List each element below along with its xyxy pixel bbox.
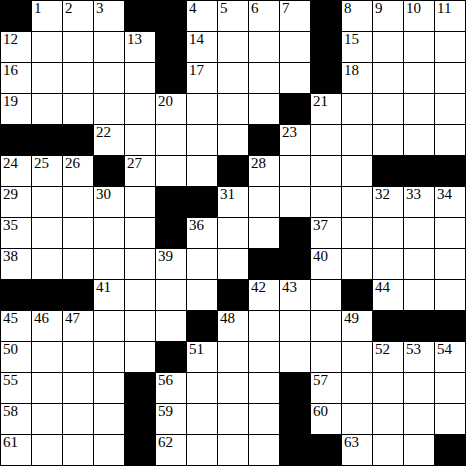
white-cell-r4c9[interactable]: 23 [280,125,310,155]
white-cell-r5c2[interactable]: 26 [63,156,93,186]
clue-number-59: 59 [158,404,173,419]
clue-number-4: 4 [189,1,197,16]
black-cell-r14c4 [125,435,155,465]
white-cell-r14c11[interactable]: 63 [342,435,372,465]
white-cell-r13c7[interactable] [218,404,248,434]
white-cell-r1c14[interactable] [435,32,465,62]
white-cell-r13c1[interactable] [32,404,62,434]
white-cell-r4c13[interactable] [404,125,434,155]
white-cell-r0c11[interactable]: 8 [342,1,372,31]
white-cell-r3c12[interactable] [373,94,403,124]
white-cell-r0c12[interactable]: 9 [373,1,403,31]
white-cell-r1c12[interactable] [373,32,403,62]
white-cell-r5c4[interactable]: 27 [125,156,155,186]
white-cell-r12c3[interactable] [94,373,124,403]
white-cell-r4c5[interactable] [156,125,186,155]
clue-number-30: 30 [96,187,111,202]
clue-number-10: 10 [406,1,421,16]
white-cell-r5c1[interactable]: 25 [32,156,62,186]
white-cell-r1c8[interactable] [249,32,279,62]
clue-number-39: 39 [158,249,173,264]
white-cell-r9c4[interactable] [125,280,155,310]
clue-number-56: 56 [158,373,173,388]
white-cell-r6c3[interactable]: 30 [94,187,124,217]
black-cell-r2c10 [311,63,341,93]
black-cell-r10c13 [404,311,434,341]
black-cell-r8c9 [280,249,310,279]
white-cell-r7c13[interactable] [404,218,434,248]
black-cell-r7c5 [156,218,186,248]
white-cell-r3c10[interactable]: 21 [311,94,341,124]
black-cell-r8c8 [249,249,279,279]
white-cell-r8c2[interactable] [63,249,93,279]
clue-number-55: 55 [3,373,18,388]
white-cell-r1c4[interactable]: 13 [125,32,155,62]
white-cell-r1c1[interactable] [32,32,62,62]
white-cell-r14c2[interactable] [63,435,93,465]
black-cell-r0c10 [311,1,341,31]
white-cell-r14c1[interactable] [32,435,62,465]
white-cell-r10c8[interactable] [249,311,279,341]
white-cell-r12c6[interactable] [187,373,217,403]
white-cell-r1c0[interactable]: 12 [1,32,31,62]
clue-number-49: 49 [344,311,359,326]
white-cell-r0c6[interactable]: 4 [187,1,217,31]
black-cell-r0c0 [1,1,31,31]
white-cell-r12c12[interactable] [373,373,403,403]
black-cell-r6c5 [156,187,186,217]
white-cell-r2c6[interactable]: 17 [187,63,217,93]
white-cell-r4c12[interactable] [373,125,403,155]
white-cell-r10c2[interactable]: 47 [63,311,93,341]
white-cell-r6c14[interactable]: 34 [435,187,465,217]
white-cell-r11c13[interactable]: 53 [404,342,434,372]
black-cell-r5c7 [218,156,248,186]
white-cell-r3c14[interactable] [435,94,465,124]
white-cell-r12c1[interactable] [32,373,62,403]
white-cell-r8c12[interactable] [373,249,403,279]
black-cell-r5c14 [435,156,465,186]
white-cell-r3c2[interactable] [63,94,93,124]
white-cell-r0c1[interactable]: 1 [32,1,62,31]
clue-number-44: 44 [375,280,390,295]
clue-number-42: 42 [251,280,266,295]
white-cell-r8c14[interactable] [435,249,465,279]
white-cell-r11c4[interactable] [125,342,155,372]
white-cell-r3c6[interactable] [187,94,217,124]
white-cell-r8c1[interactable] [32,249,62,279]
black-cell-r1c5 [156,32,186,62]
clue-number-35: 35 [3,218,18,233]
white-cell-r7c3[interactable] [94,218,124,248]
white-cell-r13c10[interactable]: 60 [311,404,341,434]
white-cell-r2c7[interactable] [218,63,248,93]
white-cell-r2c11[interactable]: 18 [342,63,372,93]
clue-number-36: 36 [189,218,204,233]
white-cell-r14c12[interactable] [373,435,403,465]
clue-number-20: 20 [158,94,173,109]
white-cell-r9c10[interactable] [311,280,341,310]
black-cell-r0c5 [156,1,186,31]
white-cell-r5c9[interactable] [280,156,310,186]
white-cell-r8c4[interactable] [125,249,155,279]
white-cell-r11c14[interactable]: 54 [435,342,465,372]
clue-number-46: 46 [34,311,49,326]
black-cell-r5c3 [94,156,124,186]
clue-number-57: 57 [313,373,328,388]
clue-number-27: 27 [127,156,142,171]
clue-number-37: 37 [313,218,328,233]
white-cell-r8c5[interactable]: 39 [156,249,186,279]
black-cell-r9c2 [63,280,93,310]
white-cell-r5c11[interactable] [342,156,372,186]
white-cell-r8c3[interactable] [94,249,124,279]
white-cell-r2c8[interactable] [249,63,279,93]
clue-number-61: 61 [3,435,18,450]
white-cell-r2c2[interactable] [63,63,93,93]
white-cell-r7c14[interactable] [435,218,465,248]
white-cell-r11c7[interactable] [218,342,248,372]
black-cell-r3c9 [280,94,310,124]
white-cell-r2c12[interactable] [373,63,403,93]
white-cell-r7c8[interactable] [249,218,279,248]
white-cell-r6c1[interactable] [32,187,62,217]
clue-number-14: 14 [189,32,204,47]
white-cell-r8c0[interactable]: 38 [1,249,31,279]
white-cell-r3c8[interactable] [249,94,279,124]
clue-number-40: 40 [313,249,328,264]
white-cell-r1c2[interactable] [63,32,93,62]
white-cell-r11c0[interactable]: 50 [1,342,31,372]
white-cell-r2c0[interactable]: 16 [1,63,31,93]
black-cell-r13c4 [125,404,155,434]
black-cell-r14c9 [280,435,310,465]
clue-number-25: 25 [34,156,49,171]
white-cell-r11c1[interactable] [32,342,62,372]
white-cell-r9c12[interactable]: 44 [373,280,403,310]
white-cell-r10c10[interactable] [311,311,341,341]
clue-number-19: 19 [3,94,18,109]
clue-number-62: 62 [158,435,173,450]
white-cell-r12c2[interactable] [63,373,93,403]
clue-number-32: 32 [375,187,390,202]
white-cell-r4c6[interactable] [187,125,217,155]
white-cell-r7c1[interactable] [32,218,62,248]
white-cell-r14c0[interactable]: 61 [1,435,31,465]
clue-number-9: 9 [375,1,383,16]
white-cell-r0c14[interactable]: 11 [435,1,465,31]
white-cell-r11c2[interactable] [63,342,93,372]
clue-number-1: 1 [34,1,42,16]
black-cell-r9c0 [1,280,31,310]
clue-number-28: 28 [251,156,266,171]
white-cell-r1c6[interactable]: 14 [187,32,217,62]
white-cell-r8c6[interactable] [187,249,217,279]
white-cell-r8c13[interactable] [404,249,434,279]
white-cell-r0c8[interactable]: 6 [249,1,279,31]
clue-number-11: 11 [437,1,451,16]
clue-number-26: 26 [65,156,80,171]
clue-number-15: 15 [344,32,359,47]
white-cell-r3c4[interactable] [125,94,155,124]
black-cell-r0c4 [125,1,155,31]
white-cell-r13c5[interactable]: 59 [156,404,186,434]
white-cell-r5c5[interactable] [156,156,186,186]
clue-number-41: 41 [96,280,111,295]
white-cell-r5c0[interactable]: 24 [1,156,31,186]
white-cell-r11c8[interactable] [249,342,279,372]
black-cell-r13c9 [280,404,310,434]
clue-number-63: 63 [344,435,359,450]
clue-number-53: 53 [406,342,421,357]
white-cell-r0c2[interactable]: 2 [63,1,93,31]
white-cell-r10c3[interactable] [94,311,124,341]
black-cell-r9c11 [342,280,372,310]
white-cell-r7c11[interactable] [342,218,372,248]
white-cell-r4c10[interactable] [311,125,341,155]
white-cell-r9c6[interactable] [187,280,217,310]
white-cell-r14c13[interactable] [404,435,434,465]
clue-number-29: 29 [3,187,18,202]
white-cell-r9c3[interactable]: 41 [94,280,124,310]
white-cell-r4c3[interactable]: 22 [94,125,124,155]
white-cell-r3c3[interactable] [94,94,124,124]
white-cell-r2c13[interactable] [404,63,434,93]
white-cell-r13c2[interactable] [63,404,93,434]
white-cell-r7c4[interactable] [125,218,155,248]
white-cell-r13c6[interactable] [187,404,217,434]
black-cell-r2c5 [156,63,186,93]
clue-number-6: 6 [251,1,259,16]
white-cell-r13c11[interactable] [342,404,372,434]
white-cell-r6c4[interactable] [125,187,155,217]
clue-number-38: 38 [3,249,18,264]
white-cell-r13c13[interactable] [404,404,434,434]
white-cell-r8c11[interactable] [342,249,372,279]
white-cell-r2c3[interactable] [94,63,124,93]
white-cell-r12c10[interactable]: 57 [311,373,341,403]
clue-number-2: 2 [65,1,73,16]
black-cell-r10c14 [435,311,465,341]
white-cell-r11c9[interactable] [280,342,310,372]
clue-number-50: 50 [3,342,18,357]
clue-number-34: 34 [437,187,452,202]
white-cell-r13c8[interactable] [249,404,279,434]
black-cell-r9c1 [32,280,62,310]
white-cell-r14c5[interactable]: 62 [156,435,186,465]
black-cell-r6c6 [187,187,217,217]
clue-number-18: 18 [344,63,359,78]
clue-number-17: 17 [189,63,204,78]
white-cell-r1c3[interactable] [94,32,124,62]
clue-number-48: 48 [220,311,235,326]
white-cell-r11c12[interactable]: 52 [373,342,403,372]
clue-number-16: 16 [3,63,18,78]
white-cell-r7c12[interactable] [373,218,403,248]
clue-number-47: 47 [65,311,80,326]
black-cell-r4c1 [32,125,62,155]
white-cell-r10c11[interactable]: 49 [342,311,372,341]
white-cell-r6c7[interactable]: 31 [218,187,248,217]
white-cell-r7c7[interactable] [218,218,248,248]
black-cell-r1c10 [311,32,341,62]
clue-number-23: 23 [282,125,297,140]
white-cell-r10c1[interactable]: 46 [32,311,62,341]
black-cell-r4c2 [63,125,93,155]
white-cell-r8c7[interactable] [218,249,248,279]
white-cell-r6c11[interactable] [342,187,372,217]
clue-number-13: 13 [127,32,142,47]
white-cell-r6c8[interactable] [249,187,279,217]
white-cell-r14c3[interactable] [94,435,124,465]
white-cell-r11c11[interactable] [342,342,372,372]
white-cell-r3c7[interactable] [218,94,248,124]
white-cell-r3c5[interactable]: 20 [156,94,186,124]
black-cell-r7c9 [280,218,310,248]
white-cell-r9c8[interactable]: 42 [249,280,279,310]
white-cell-r8c10[interactable]: 40 [311,249,341,279]
black-cell-r12c9 [280,373,310,403]
white-cell-r13c3[interactable] [94,404,124,434]
white-cell-r2c1[interactable] [32,63,62,93]
black-cell-r4c8 [249,125,279,155]
clue-number-31: 31 [220,187,235,202]
clue-number-58: 58 [3,404,18,419]
white-cell-r1c7[interactable] [218,32,248,62]
white-cell-r2c4[interactable] [125,63,155,93]
white-cell-r9c14[interactable] [435,280,465,310]
black-cell-r10c6 [187,311,217,341]
white-cell-r4c14[interactable] [435,125,465,155]
clue-number-43: 43 [282,280,297,295]
clue-number-7: 7 [282,1,290,16]
white-cell-r13c0[interactable]: 58 [1,404,31,434]
white-cell-r9c13[interactable] [404,280,434,310]
white-cell-r1c11[interactable]: 15 [342,32,372,62]
clue-number-60: 60 [313,404,328,419]
white-cell-r5c10[interactable] [311,156,341,186]
white-cell-r3c0[interactable]: 19 [1,94,31,124]
white-cell-r9c9[interactable]: 43 [280,280,310,310]
white-cell-r14c6[interactable] [187,435,217,465]
white-cell-r6c10[interactable] [311,187,341,217]
clue-number-54: 54 [437,342,452,357]
black-cell-r11c5 [156,342,186,372]
white-cell-r9c5[interactable] [156,280,186,310]
white-cell-r2c9[interactable] [280,63,310,93]
white-cell-r6c12[interactable]: 32 [373,187,403,217]
white-cell-r2c14[interactable] [435,63,465,93]
clue-number-45: 45 [3,311,18,326]
white-cell-r4c11[interactable] [342,125,372,155]
white-cell-r0c3[interactable]: 3 [94,1,124,31]
white-cell-r13c14[interactable] [435,404,465,434]
white-cell-r10c9[interactable] [280,311,310,341]
white-cell-r10c7[interactable]: 48 [218,311,248,341]
black-cell-r9c7 [218,280,248,310]
black-cell-r5c13 [404,156,434,186]
white-cell-r7c10[interactable]: 37 [311,218,341,248]
white-cell-r3c1[interactable] [32,94,62,124]
white-cell-r1c13[interactable] [404,32,434,62]
white-cell-r7c6[interactable]: 36 [187,218,217,248]
white-cell-r12c13[interactable] [404,373,434,403]
black-cell-r14c10 [311,435,341,465]
white-cell-r0c7[interactable]: 5 [218,1,248,31]
white-cell-r11c3[interactable] [94,342,124,372]
white-cell-r6c9[interactable] [280,187,310,217]
clue-number-24: 24 [3,156,18,171]
clue-number-22: 22 [96,125,111,140]
white-cell-r10c5[interactable] [156,311,186,341]
clue-number-8: 8 [344,1,352,16]
black-cell-r5c12 [373,156,403,186]
white-cell-r5c6[interactable] [187,156,217,186]
black-cell-r14c14 [435,435,465,465]
white-cell-r6c2[interactable] [63,187,93,217]
white-cell-r14c8[interactable] [249,435,279,465]
white-cell-r12c14[interactable] [435,373,465,403]
white-cell-r1c9[interactable] [280,32,310,62]
clue-number-12: 12 [3,32,18,47]
clue-number-21: 21 [313,94,328,109]
white-cell-r5c8[interactable]: 28 [249,156,279,186]
white-cell-r11c6[interactable]: 51 [187,342,217,372]
white-cell-r12c5[interactable]: 56 [156,373,186,403]
white-cell-r4c7[interactable] [218,125,248,155]
white-cell-r4c4[interactable] [125,125,155,155]
clue-number-5: 5 [220,1,228,16]
white-cell-r12c0[interactable]: 55 [1,373,31,403]
white-cell-r3c13[interactable] [404,94,434,124]
white-cell-r14c7[interactable] [218,435,248,465]
white-cell-r3c11[interactable] [342,94,372,124]
clue-number-33: 33 [406,187,421,202]
white-cell-r13c12[interactable] [373,404,403,434]
clue-number-3: 3 [96,1,104,16]
white-cell-r7c0[interactable]: 35 [1,218,31,248]
black-cell-r4c0 [1,125,31,155]
white-cell-r12c7[interactable] [218,373,248,403]
white-cell-r10c0[interactable]: 45 [1,311,31,341]
clue-number-52: 52 [375,342,390,357]
white-cell-r0c9[interactable]: 7 [280,1,310,31]
white-cell-r7c2[interactable] [63,218,93,248]
white-cell-r6c0[interactable]: 29 [1,187,31,217]
crossword-board: 1234567891011121314151617181920212223242… [0,0,466,466]
white-cell-r0c13[interactable]: 10 [404,1,434,31]
white-cell-r10c4[interactable] [125,311,155,341]
black-cell-r10c12 [373,311,403,341]
white-cell-r12c11[interactable] [342,373,372,403]
black-cell-r12c4 [125,373,155,403]
white-cell-r6c13[interactable]: 33 [404,187,434,217]
white-cell-r11c10[interactable] [311,342,341,372]
white-cell-r12c8[interactable] [249,373,279,403]
clue-number-51: 51 [189,342,204,357]
